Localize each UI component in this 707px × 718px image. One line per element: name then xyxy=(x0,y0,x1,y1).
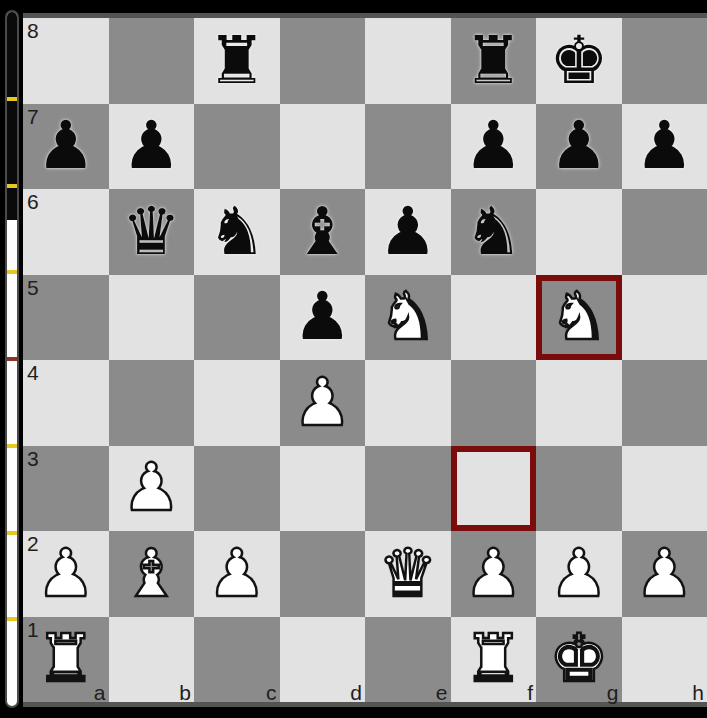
square-b8[interactable] xyxy=(109,18,195,104)
rank-label-1: 1 xyxy=(27,618,39,641)
file-label-h: h xyxy=(692,682,704,703)
square-e8[interactable] xyxy=(365,18,451,104)
square-a1[interactable]: 1a♜ xyxy=(23,617,109,703)
square-c6[interactable]: ♞ xyxy=(194,189,280,275)
square-e2[interactable]: ♛ xyxy=(365,531,451,617)
square-f1[interactable]: f♜ xyxy=(451,617,537,703)
square-h2[interactable]: ♟ xyxy=(622,531,707,617)
square-h1[interactable]: h xyxy=(622,617,707,703)
black-bishop-d6[interactable]: ♝ xyxy=(293,199,352,265)
square-e6[interactable]: ♟ xyxy=(365,189,451,275)
square-g8[interactable]: ♚ xyxy=(536,18,622,104)
white-pawn-a2[interactable]: ♟ xyxy=(36,541,95,607)
white-pawn-h2[interactable]: ♟ xyxy=(635,541,694,607)
square-d2[interactable] xyxy=(280,531,366,617)
square-e1[interactable]: e xyxy=(365,617,451,703)
square-a4[interactable]: 4 xyxy=(23,360,109,446)
square-f5[interactable] xyxy=(451,275,537,361)
rank-label-3: 3 xyxy=(27,447,39,470)
black-knight-c6[interactable]: ♞ xyxy=(207,199,266,265)
rank-label-8: 8 xyxy=(27,19,39,42)
square-f6[interactable]: ♞ xyxy=(451,189,537,275)
file-label-f: f xyxy=(527,682,533,703)
square-c7[interactable] xyxy=(194,104,280,190)
eval-tick xyxy=(7,617,17,621)
square-g3[interactable] xyxy=(536,446,622,532)
square-a3[interactable]: 3 xyxy=(23,446,109,532)
square-d4[interactable]: ♟ xyxy=(280,360,366,446)
square-a2[interactable]: 2♟ xyxy=(23,531,109,617)
square-d1[interactable]: d xyxy=(280,617,366,703)
square-f8[interactable]: ♜ xyxy=(451,18,537,104)
white-pawn-f2[interactable]: ♟ xyxy=(464,541,523,607)
white-knight-e5[interactable]: ♞ xyxy=(378,284,437,350)
rank-label-5: 5 xyxy=(27,276,39,299)
eval-tick xyxy=(7,97,17,101)
black-pawn-a7[interactable]: ♟ xyxy=(36,113,95,179)
chess-board: 8♜♜♚7♟♟♟♟♟6♛♞♝♟♞5♟♞♞4♟3♟2♟♝♟♛♟♟♟1a♜bcdef… xyxy=(23,18,707,702)
square-g4[interactable] xyxy=(536,360,622,446)
square-a8[interactable]: 8 xyxy=(23,18,109,104)
square-e5[interactable]: ♞ xyxy=(365,275,451,361)
rank-label-6: 6 xyxy=(27,190,39,213)
rank-label-2: 2 xyxy=(27,532,39,555)
square-e7[interactable] xyxy=(365,104,451,190)
white-pawn-c2[interactable]: ♟ xyxy=(207,541,266,607)
white-rook-f1[interactable]: ♜ xyxy=(464,626,523,692)
square-g1[interactable]: g♚ xyxy=(536,617,622,703)
file-label-c: c xyxy=(266,682,277,703)
file-label-a: a xyxy=(94,682,106,703)
black-pawn-d5[interactable]: ♟ xyxy=(293,284,352,350)
white-knight-g5[interactable]: ♞ xyxy=(549,284,608,350)
black-king-g8[interactable]: ♚ xyxy=(549,28,608,94)
evaluation-bar xyxy=(5,10,19,708)
square-h3[interactable] xyxy=(622,446,707,532)
white-queen-e2[interactable]: ♛ xyxy=(378,541,437,607)
black-pawn-e6[interactable]: ♟ xyxy=(378,199,437,265)
evaluation-bar-black-fill xyxy=(7,12,17,220)
square-h6[interactable] xyxy=(622,189,707,275)
file-label-e: e xyxy=(436,682,448,703)
square-b3[interactable]: ♟ xyxy=(109,446,195,532)
black-pawn-f7[interactable]: ♟ xyxy=(464,113,523,179)
square-h4[interactable] xyxy=(622,360,707,446)
square-a6[interactable]: 6 xyxy=(23,189,109,275)
square-f4[interactable] xyxy=(451,360,537,446)
black-pawn-g7[interactable]: ♟ xyxy=(549,113,608,179)
file-label-g: g xyxy=(607,682,619,703)
square-c2[interactable]: ♟ xyxy=(194,531,280,617)
square-d8[interactable] xyxy=(280,18,366,104)
eval-tick xyxy=(7,444,17,448)
white-rook-a1[interactable]: ♜ xyxy=(36,626,95,692)
black-queen-b6[interactable]: ♛ xyxy=(122,199,181,265)
square-h5[interactable] xyxy=(622,275,707,361)
square-e3[interactable] xyxy=(365,446,451,532)
square-h8[interactable] xyxy=(622,18,707,104)
square-c5[interactable] xyxy=(194,275,280,361)
square-f7[interactable]: ♟ xyxy=(451,104,537,190)
square-c3[interactable] xyxy=(194,446,280,532)
square-g5[interactable]: ♞ xyxy=(536,275,622,361)
chess-app-screen: 8♜♜♚7♟♟♟♟♟6♛♞♝♟♞5♟♞♞4♟3♟2♟♝♟♛♟♟♟1a♜bcdef… xyxy=(0,0,707,718)
square-b6[interactable]: ♛ xyxy=(109,189,195,275)
square-b2[interactable]: ♝ xyxy=(109,531,195,617)
white-pawn-g2[interactable]: ♟ xyxy=(549,541,608,607)
eval-center-tick xyxy=(7,357,17,361)
white-pawn-d4[interactable]: ♟ xyxy=(293,370,352,436)
black-rook-f8[interactable]: ♜ xyxy=(464,28,523,94)
square-g6[interactable] xyxy=(536,189,622,275)
square-c1[interactable]: c xyxy=(194,617,280,703)
eval-tick xyxy=(7,531,17,535)
square-h7[interactable]: ♟ xyxy=(622,104,707,190)
square-b5[interactable] xyxy=(109,275,195,361)
square-g2[interactable]: ♟ xyxy=(536,531,622,617)
square-d6[interactable]: ♝ xyxy=(280,189,366,275)
square-a5[interactable]: 5 xyxy=(23,275,109,361)
square-b7[interactable]: ♟ xyxy=(109,104,195,190)
square-g7[interactable]: ♟ xyxy=(536,104,622,190)
square-b1[interactable]: b xyxy=(109,617,195,703)
square-b4[interactable] xyxy=(109,360,195,446)
square-d5[interactable]: ♟ xyxy=(280,275,366,361)
square-f2[interactable]: ♟ xyxy=(451,531,537,617)
eval-tick xyxy=(7,184,17,188)
black-pawn-b7[interactable]: ♟ xyxy=(122,113,181,179)
square-a7[interactable]: 7♟ xyxy=(23,104,109,190)
white-bishop-b2[interactable]: ♝ xyxy=(122,541,181,607)
rank-label-4: 4 xyxy=(27,361,39,384)
white-pawn-b3[interactable]: ♟ xyxy=(122,455,181,521)
square-c8[interactable]: ♜ xyxy=(194,18,280,104)
square-f3[interactable] xyxy=(451,446,537,532)
black-rook-c8[interactable]: ♜ xyxy=(207,28,266,94)
square-c4[interactable] xyxy=(194,360,280,446)
white-king-g1[interactable]: ♚ xyxy=(549,626,608,692)
square-d7[interactable] xyxy=(280,104,366,190)
board-frame: 8♜♜♚7♟♟♟♟♟6♛♞♝♟♞5♟♞♞4♟3♟2♟♝♟♛♟♟♟1a♜bcdef… xyxy=(23,13,707,707)
file-label-b: b xyxy=(179,682,191,703)
square-d3[interactable] xyxy=(280,446,366,532)
black-knight-f6[interactable]: ♞ xyxy=(464,199,523,265)
square-e4[interactable] xyxy=(365,360,451,446)
rank-label-7: 7 xyxy=(27,105,39,128)
black-pawn-h7[interactable]: ♟ xyxy=(635,113,694,179)
eval-tick xyxy=(7,270,17,274)
file-label-d: d xyxy=(350,682,362,703)
